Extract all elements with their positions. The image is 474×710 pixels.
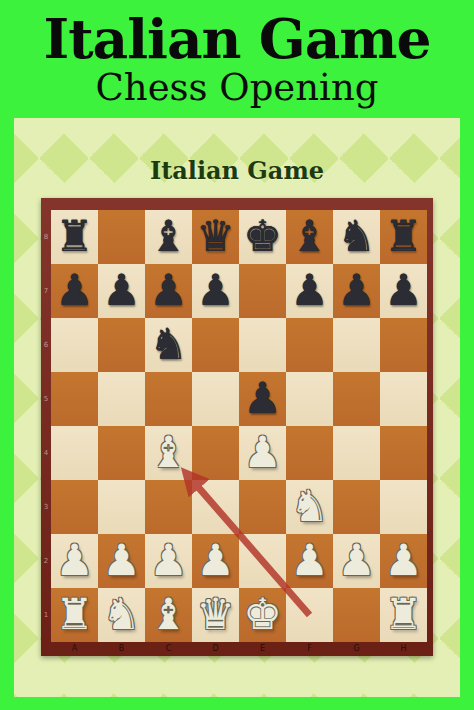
square-g5 bbox=[333, 372, 380, 426]
square-h6 bbox=[380, 318, 427, 372]
square-d2: ♟ bbox=[192, 534, 239, 588]
square-h1: ♜ bbox=[380, 588, 427, 642]
square-g2: ♟ bbox=[333, 534, 380, 588]
square-d8: ♛ bbox=[192, 210, 239, 264]
square-f4 bbox=[286, 426, 333, 480]
square-b6 bbox=[98, 318, 145, 372]
black-queen-d8: ♛ bbox=[196, 215, 235, 258]
square-c7: ♟ bbox=[145, 264, 192, 318]
diamond-panel: Italian Game ♜♝♛♚♝♞♜♟♟♟♟♟♟♟♞♟♝♟♞♟♟♟♟♟♟♟♜… bbox=[14, 118, 460, 697]
black-bishop-c8: ♝ bbox=[149, 215, 188, 258]
white-rook-a1: ♜ bbox=[55, 593, 94, 636]
square-b7: ♟ bbox=[98, 264, 145, 318]
file-label-c: C bbox=[145, 643, 192, 655]
square-g1 bbox=[333, 588, 380, 642]
white-knight-f3: ♞ bbox=[290, 485, 329, 528]
file-label-a: A bbox=[51, 643, 98, 655]
white-pawn-c2: ♟ bbox=[149, 539, 188, 582]
square-e1: ♚ bbox=[239, 588, 286, 642]
white-bishop-c4: ♝ bbox=[149, 431, 188, 474]
square-e3 bbox=[239, 480, 286, 534]
rank-label-4: 4 bbox=[41, 426, 51, 480]
square-h4 bbox=[380, 426, 427, 480]
square-c2: ♟ bbox=[145, 534, 192, 588]
square-d5 bbox=[192, 372, 239, 426]
rank-label-2: 2 bbox=[41, 534, 51, 588]
white-pawn-d2: ♟ bbox=[196, 539, 235, 582]
square-e2 bbox=[239, 534, 286, 588]
file-label-d: D bbox=[192, 643, 239, 655]
black-bishop-f8: ♝ bbox=[290, 215, 329, 258]
black-pawn-d7: ♟ bbox=[196, 269, 235, 312]
black-pawn-h7: ♟ bbox=[384, 269, 423, 312]
white-pawn-g2: ♟ bbox=[337, 539, 376, 582]
file-label-f: F bbox=[286, 643, 333, 655]
square-b4 bbox=[98, 426, 145, 480]
black-pawn-b7: ♟ bbox=[102, 269, 141, 312]
white-pawn-h2: ♟ bbox=[384, 539, 423, 582]
square-e4: ♟ bbox=[239, 426, 286, 480]
file-label-h: H bbox=[380, 643, 427, 655]
white-pawn-b2: ♟ bbox=[102, 539, 141, 582]
file-label-b: B bbox=[98, 643, 145, 655]
black-king-e8: ♚ bbox=[243, 215, 282, 258]
square-f7: ♟ bbox=[286, 264, 333, 318]
square-a7: ♟ bbox=[51, 264, 98, 318]
square-b1: ♞ bbox=[98, 588, 145, 642]
square-h5 bbox=[380, 372, 427, 426]
banner-subtitle: Chess Opening bbox=[96, 68, 379, 109]
square-d6 bbox=[192, 318, 239, 372]
poster: { "game": "chess", "position": "r1bqkbnr… bbox=[0, 0, 474, 710]
square-f1 bbox=[286, 588, 333, 642]
rank-label-7: 7 bbox=[41, 264, 51, 318]
white-pawn-a2: ♟ bbox=[55, 539, 94, 582]
square-a2: ♟ bbox=[51, 534, 98, 588]
black-pawn-a7: ♟ bbox=[55, 269, 94, 312]
square-a3 bbox=[51, 480, 98, 534]
square-d4 bbox=[192, 426, 239, 480]
rank-label-5: 5 bbox=[41, 372, 51, 426]
rank-labels: 87654321 bbox=[41, 210, 51, 642]
black-knight-g8: ♞ bbox=[337, 215, 376, 258]
black-pawn-e5: ♟ bbox=[243, 377, 282, 420]
square-c1: ♝ bbox=[145, 588, 192, 642]
black-pawn-c7: ♟ bbox=[149, 269, 188, 312]
square-h8: ♜ bbox=[380, 210, 427, 264]
file-label-e: E bbox=[239, 643, 286, 655]
square-b3 bbox=[98, 480, 145, 534]
square-d7: ♟ bbox=[192, 264, 239, 318]
square-f8: ♝ bbox=[286, 210, 333, 264]
square-a8: ♜ bbox=[51, 210, 98, 264]
square-g7: ♟ bbox=[333, 264, 380, 318]
file-label-g: G bbox=[333, 643, 380, 655]
square-b2: ♟ bbox=[98, 534, 145, 588]
square-f6 bbox=[286, 318, 333, 372]
board-caption: Italian Game bbox=[14, 118, 460, 185]
square-e6 bbox=[239, 318, 286, 372]
black-pawn-g7: ♟ bbox=[337, 269, 376, 312]
file-labels: ABCDEFGH bbox=[51, 643, 427, 655]
square-f2: ♟ bbox=[286, 534, 333, 588]
square-c4: ♝ bbox=[145, 426, 192, 480]
square-a1: ♜ bbox=[51, 588, 98, 642]
rank-label-3: 3 bbox=[41, 480, 51, 534]
square-f3: ♞ bbox=[286, 480, 333, 534]
square-b5 bbox=[98, 372, 145, 426]
board-frame: ♜♝♛♚♝♞♜♟♟♟♟♟♟♟♞♟♝♟♞♟♟♟♟♟♟♟♜♞♝♛♚♜ 8765432… bbox=[41, 198, 433, 656]
black-rook-a8: ♜ bbox=[55, 215, 94, 258]
square-h7: ♟ bbox=[380, 264, 427, 318]
white-bishop-c1: ♝ bbox=[149, 593, 188, 636]
white-rook-h1: ♜ bbox=[384, 593, 423, 636]
square-b8 bbox=[98, 210, 145, 264]
square-g3 bbox=[333, 480, 380, 534]
banner-title: Italian Game bbox=[43, 11, 430, 66]
square-g6 bbox=[333, 318, 380, 372]
white-knight-b1: ♞ bbox=[102, 593, 141, 636]
square-a6 bbox=[51, 318, 98, 372]
square-d1: ♛ bbox=[192, 588, 239, 642]
square-g8: ♞ bbox=[333, 210, 380, 264]
square-c8: ♝ bbox=[145, 210, 192, 264]
square-h3 bbox=[380, 480, 427, 534]
rank-label-8: 8 bbox=[41, 210, 51, 264]
square-c3 bbox=[145, 480, 192, 534]
square-c5 bbox=[145, 372, 192, 426]
black-rook-h8: ♜ bbox=[384, 215, 423, 258]
white-pawn-f2: ♟ bbox=[290, 539, 329, 582]
black-knight-c6: ♞ bbox=[149, 323, 188, 366]
square-g4 bbox=[333, 426, 380, 480]
white-pawn-e4: ♟ bbox=[243, 431, 282, 474]
square-e8: ♚ bbox=[239, 210, 286, 264]
chess-board: ♜♝♛♚♝♞♜♟♟♟♟♟♟♟♞♟♝♟♞♟♟♟♟♟♟♟♜♞♝♛♚♜ bbox=[51, 210, 427, 642]
rank-label-1: 1 bbox=[41, 588, 51, 642]
square-a4 bbox=[51, 426, 98, 480]
square-d3 bbox=[192, 480, 239, 534]
white-king-e1: ♚ bbox=[243, 593, 282, 636]
top-banner: Italian Game Chess Opening bbox=[0, 0, 474, 118]
black-pawn-f7: ♟ bbox=[290, 269, 329, 312]
square-f5 bbox=[286, 372, 333, 426]
square-c6: ♞ bbox=[145, 318, 192, 372]
square-e5: ♟ bbox=[239, 372, 286, 426]
square-e7 bbox=[239, 264, 286, 318]
white-queen-d1: ♛ bbox=[196, 593, 235, 636]
square-a5 bbox=[51, 372, 98, 426]
square-h2: ♟ bbox=[380, 534, 427, 588]
rank-label-6: 6 bbox=[41, 318, 51, 372]
